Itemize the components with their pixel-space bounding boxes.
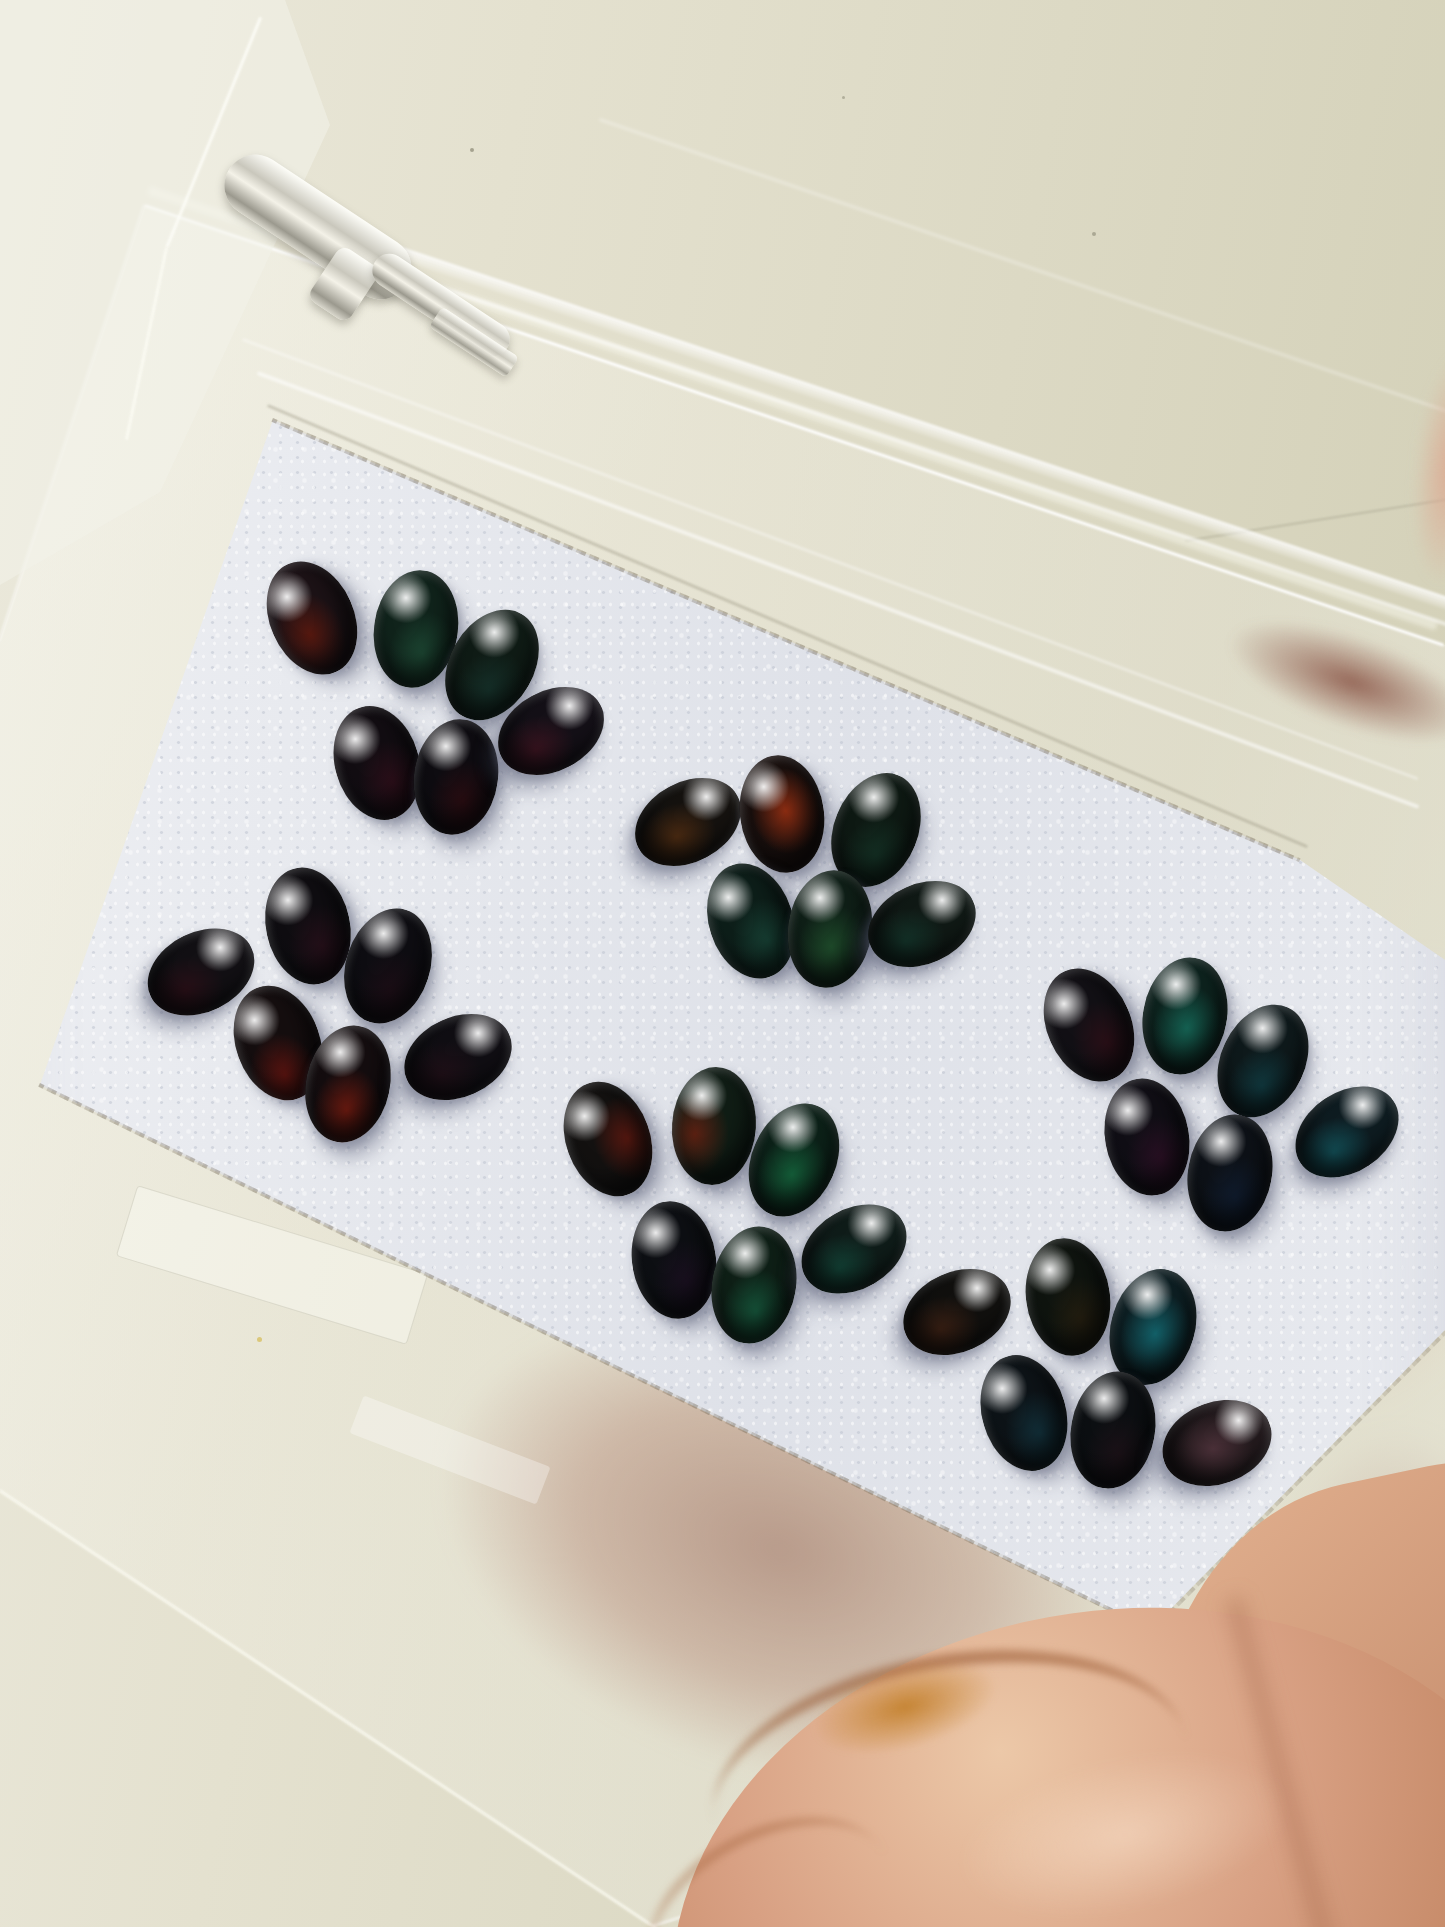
gem-c5-4 <box>1095 1072 1198 1203</box>
gem-c4-1 <box>548 1069 667 1209</box>
gem-c4-5 <box>702 1220 805 1351</box>
gem-c6-2 <box>1018 1233 1118 1362</box>
gem-c6-4 <box>967 1345 1080 1482</box>
photo-scene <box>0 0 1445 1927</box>
gem-c4-4 <box>624 1196 724 1325</box>
gem-c5-1 <box>1027 954 1152 1096</box>
gem-c2-2 <box>732 750 832 879</box>
gem-c4-2 <box>668 1064 760 1188</box>
gem-c5-6 <box>1278 1068 1416 1197</box>
gem-c5-5 <box>1178 1108 1281 1239</box>
gem-c1-5 <box>406 714 505 841</box>
gem-c3-6 <box>391 998 526 1117</box>
gem-c6-1 <box>890 1253 1025 1372</box>
gem-c6-6 <box>1150 1385 1283 1500</box>
gem-c1-1 <box>250 547 375 689</box>
